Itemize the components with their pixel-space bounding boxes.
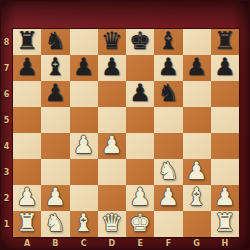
piece-white-queen[interactable]: ♛: [101, 211, 123, 235]
square-f5[interactable]: [154, 107, 182, 133]
square-e2[interactable]: ♟: [126, 185, 154, 211]
rank-label-1: 1: [0, 211, 13, 237]
square-a5[interactable]: [13, 107, 41, 133]
square-b8[interactable]: ♞: [41, 29, 69, 55]
piece-white-pawn[interactable]: ♟: [186, 159, 208, 183]
piece-white-bishop[interactable]: ♝: [73, 211, 95, 235]
piece-black-pawn[interactable]: ♟: [16, 55, 38, 79]
square-h7[interactable]: ♟: [211, 55, 239, 81]
file-label-h: H: [211, 237, 239, 250]
square-b5[interactable]: [41, 107, 69, 133]
square-b7[interactable]: ♝: [41, 55, 69, 81]
piece-white-pawn[interactable]: ♟: [45, 185, 67, 209]
file-label-g: G: [183, 237, 211, 250]
square-a1[interactable]: ♜: [13, 211, 41, 237]
rank-labels: 87654321: [0, 29, 13, 237]
square-c3[interactable]: [70, 159, 98, 185]
square-d1[interactable]: ♛: [98, 211, 126, 237]
square-c1[interactable]: ♝: [70, 211, 98, 237]
square-g8[interactable]: [183, 29, 211, 55]
square-b1[interactable]: ♞: [41, 211, 69, 237]
rank-label-3: 3: [0, 159, 13, 185]
piece-white-rook[interactable]: ♜: [16, 211, 38, 235]
piece-white-pawn[interactable]: ♟: [16, 185, 38, 209]
square-a4[interactable]: [13, 133, 41, 159]
file-label-c: C: [70, 237, 98, 250]
piece-white-king[interactable]: ♚: [129, 211, 151, 235]
square-g6[interactable]: [183, 81, 211, 107]
piece-black-pawn[interactable]: ♟: [101, 55, 123, 79]
square-b3[interactable]: [41, 159, 69, 185]
chess-board-frame: 87654321 ♜♞♛♚♝♜♟♝♟♟♟♟♟♟♟♞♟♟♞♟♟♟♟♟♝♟♜♞♝♛♚…: [0, 0, 250, 250]
square-d6[interactable]: [98, 81, 126, 107]
piece-white-pawn[interactable]: ♟: [101, 133, 123, 157]
square-c5[interactable]: [70, 107, 98, 133]
piece-white-bishop[interactable]: ♝: [186, 185, 208, 209]
square-c4[interactable]: ♟: [70, 133, 98, 159]
square-a6[interactable]: [13, 81, 41, 107]
square-h6[interactable]: [211, 81, 239, 107]
piece-black-rook[interactable]: ♜: [214, 29, 236, 53]
square-h4[interactable]: [211, 133, 239, 159]
file-labels: ABCDEFGH: [13, 237, 239, 250]
piece-white-pawn[interactable]: ♟: [73, 133, 95, 157]
square-g3[interactable]: ♟: [183, 159, 211, 185]
rank-label-8: 8: [0, 29, 13, 55]
piece-black-rook[interactable]: ♜: [16, 29, 38, 53]
piece-white-rook[interactable]: ♜: [214, 211, 236, 235]
piece-black-pawn[interactable]: ♟: [73, 55, 95, 79]
square-d7[interactable]: ♟: [98, 55, 126, 81]
square-g4[interactable]: [183, 133, 211, 159]
piece-black-king[interactable]: ♚: [129, 29, 151, 53]
square-c8[interactable]: [70, 29, 98, 55]
chess-board: ♜♞♛♚♝♜♟♝♟♟♟♟♟♟♟♞♟♟♞♟♟♟♟♟♝♟♜♞♝♛♚♜: [13, 29, 239, 237]
piece-black-knight[interactable]: ♞: [158, 81, 180, 105]
square-h1[interactable]: ♜: [211, 211, 239, 237]
square-f4[interactable]: [154, 133, 182, 159]
square-d8[interactable]: ♛: [98, 29, 126, 55]
square-a8[interactable]: ♜: [13, 29, 41, 55]
piece-black-pawn[interactable]: ♟: [158, 55, 180, 79]
square-e3[interactable]: [126, 159, 154, 185]
file-label-f: F: [154, 237, 182, 250]
piece-black-pawn[interactable]: ♟: [45, 81, 67, 105]
square-b6[interactable]: ♟: [41, 81, 69, 107]
piece-black-bishop[interactable]: ♝: [158, 29, 180, 53]
square-b2[interactable]: ♟: [41, 185, 69, 211]
square-d2[interactable]: [98, 185, 126, 211]
rank-label-4: 4: [0, 133, 13, 159]
square-a3[interactable]: [13, 159, 41, 185]
square-b4[interactable]: [41, 133, 69, 159]
piece-white-pawn[interactable]: ♟: [129, 185, 151, 209]
square-f1[interactable]: [154, 211, 182, 237]
square-f6[interactable]: ♞: [154, 81, 182, 107]
square-d3[interactable]: [98, 159, 126, 185]
square-f2[interactable]: ♟: [154, 185, 182, 211]
piece-black-pawn[interactable]: ♟: [129, 81, 151, 105]
file-label-a: A: [13, 237, 41, 250]
piece-white-pawn[interactable]: ♟: [158, 185, 180, 209]
piece-black-pawn[interactable]: ♟: [186, 55, 208, 79]
rank-label-2: 2: [0, 185, 13, 211]
piece-black-queen[interactable]: ♛: [101, 29, 123, 53]
square-e7[interactable]: [126, 55, 154, 81]
square-f8[interactable]: ♝: [154, 29, 182, 55]
square-e8[interactable]: ♚: [126, 29, 154, 55]
square-e5[interactable]: [126, 107, 154, 133]
square-g1[interactable]: [183, 211, 211, 237]
square-h5[interactable]: [211, 107, 239, 133]
file-label-b: B: [41, 237, 69, 250]
piece-white-knight[interactable]: ♞: [158, 159, 180, 183]
square-a2[interactable]: ♟: [13, 185, 41, 211]
square-c7[interactable]: ♟: [70, 55, 98, 81]
square-g2[interactable]: ♝: [183, 185, 211, 211]
piece-black-knight[interactable]: ♞: [45, 29, 67, 53]
square-c2[interactable]: [70, 185, 98, 211]
square-h3[interactable]: [211, 159, 239, 185]
square-a7[interactable]: ♟: [13, 55, 41, 81]
piece-black-bishop[interactable]: ♝: [45, 55, 67, 79]
square-h2[interactable]: ♟: [211, 185, 239, 211]
square-g7[interactable]: ♟: [183, 55, 211, 81]
rank-label-5: 5: [0, 107, 13, 133]
square-d5[interactable]: [98, 107, 126, 133]
rank-label-7: 7: [0, 55, 13, 81]
square-e1[interactable]: ♚: [126, 211, 154, 237]
file-label-d: D: [98, 237, 126, 250]
square-c6[interactable]: [70, 81, 98, 107]
square-e6[interactable]: ♟: [126, 81, 154, 107]
file-label-e: E: [126, 237, 154, 250]
square-g5[interactable]: [183, 107, 211, 133]
piece-white-pawn[interactable]: ♟: [214, 185, 236, 209]
piece-white-knight[interactable]: ♞: [45, 211, 67, 235]
square-f3[interactable]: ♞: [154, 159, 182, 185]
square-h8[interactable]: ♜: [211, 29, 239, 55]
square-e4[interactable]: [126, 133, 154, 159]
rank-label-6: 6: [0, 81, 13, 107]
square-d4[interactable]: ♟: [98, 133, 126, 159]
square-f7[interactable]: ♟: [154, 55, 182, 81]
piece-black-pawn[interactable]: ♟: [214, 55, 236, 79]
